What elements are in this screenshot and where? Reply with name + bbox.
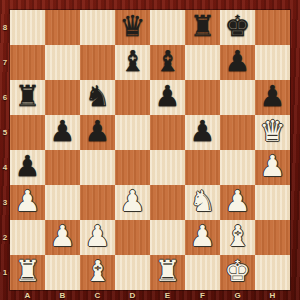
file-label-d: D: [115, 290, 150, 300]
square-g2[interactable]: ♝: [220, 220, 255, 255]
square-h8[interactable]: [255, 10, 290, 45]
square-d1[interactable]: [115, 255, 150, 290]
square-b4[interactable]: [45, 150, 80, 185]
piece-black-pawn[interactable]: ♟: [190, 117, 216, 146]
piece-black-queen[interactable]: ♛: [120, 12, 146, 41]
square-a6[interactable]: ♜: [10, 80, 45, 115]
square-g5[interactable]: [220, 115, 255, 150]
piece-white-pawn[interactable]: ♟: [85, 222, 111, 251]
piece-white-pawn[interactable]: ♟: [50, 222, 76, 251]
square-e1[interactable]: ♜: [150, 255, 185, 290]
file-label-h: H: [255, 290, 290, 300]
square-e3[interactable]: [150, 185, 185, 220]
piece-black-pawn[interactable]: ♟: [155, 82, 181, 111]
chess-board: ♛♜♚♝♝♟♜♞♟♟♟♟♟♛♟♟♟♟♞♟♟♟♟♝♜♝♜♚: [10, 10, 290, 290]
file-label-g: G: [220, 290, 255, 300]
square-g8[interactable]: ♚: [220, 10, 255, 45]
rank-label-7: 7: [0, 45, 10, 80]
file-label-e: E: [150, 290, 185, 300]
rank-label-1: 1: [0, 255, 10, 290]
square-h5[interactable]: ♛: [255, 115, 290, 150]
square-d6[interactable]: [115, 80, 150, 115]
square-c7[interactable]: [80, 45, 115, 80]
square-c4[interactable]: [80, 150, 115, 185]
square-c2[interactable]: ♟: [80, 220, 115, 255]
rank-label-3: 3: [0, 185, 10, 220]
square-c6[interactable]: ♞: [80, 80, 115, 115]
square-a8[interactable]: [10, 10, 45, 45]
square-c1[interactable]: ♝: [80, 255, 115, 290]
piece-black-pawn[interactable]: ♟: [260, 82, 286, 111]
square-e2[interactable]: [150, 220, 185, 255]
square-g6[interactable]: [220, 80, 255, 115]
piece-white-pawn[interactable]: ♟: [260, 152, 286, 181]
square-b2[interactable]: ♟: [45, 220, 80, 255]
piece-black-pawn[interactable]: ♟: [85, 117, 111, 146]
square-a4[interactable]: ♟: [10, 150, 45, 185]
piece-black-pawn[interactable]: ♟: [15, 152, 41, 181]
piece-black-knight[interactable]: ♞: [85, 82, 111, 111]
square-g4[interactable]: [220, 150, 255, 185]
square-h4[interactable]: ♟: [255, 150, 290, 185]
square-h2[interactable]: [255, 220, 290, 255]
piece-black-rook[interactable]: ♜: [190, 12, 216, 41]
square-b3[interactable]: [45, 185, 80, 220]
square-h6[interactable]: ♟: [255, 80, 290, 115]
file-label-c: C: [80, 290, 115, 300]
rank-label-2: 2: [0, 220, 10, 255]
square-f1[interactable]: [185, 255, 220, 290]
square-d8[interactable]: ♛: [115, 10, 150, 45]
square-f3[interactable]: ♞: [185, 185, 220, 220]
piece-white-pawn[interactable]: ♟: [190, 222, 216, 251]
square-d4[interactable]: [115, 150, 150, 185]
piece-white-rook[interactable]: ♜: [15, 257, 41, 286]
square-a1[interactable]: ♜: [10, 255, 45, 290]
piece-white-queen[interactable]: ♛: [260, 117, 286, 146]
piece-white-bishop[interactable]: ♝: [225, 222, 251, 251]
piece-black-rook[interactable]: ♜: [15, 82, 41, 111]
piece-white-pawn[interactable]: ♟: [120, 187, 146, 216]
square-g3[interactable]: ♟: [220, 185, 255, 220]
file-label-a: A: [10, 290, 45, 300]
board-frame: ♛♜♚♝♝♟♜♞♟♟♟♟♟♛♟♟♟♟♞♟♟♟♟♝♜♝♜♚ 87654321 AB…: [0, 0, 300, 300]
square-b6[interactable]: [45, 80, 80, 115]
square-b1[interactable]: [45, 255, 80, 290]
rank-label-5: 5: [0, 115, 10, 150]
square-d7[interactable]: ♝: [115, 45, 150, 80]
square-e4[interactable]: [150, 150, 185, 185]
square-c5[interactable]: ♟: [80, 115, 115, 150]
piece-black-pawn[interactable]: ♟: [50, 117, 76, 146]
rank-label-4: 4: [0, 150, 10, 185]
square-d5[interactable]: [115, 115, 150, 150]
square-e8[interactable]: [150, 10, 185, 45]
square-b7[interactable]: [45, 45, 80, 80]
piece-black-king[interactable]: ♚: [225, 12, 251, 41]
piece-white-pawn[interactable]: ♟: [15, 187, 41, 216]
square-h1[interactable]: [255, 255, 290, 290]
square-a5[interactable]: [10, 115, 45, 150]
square-h3[interactable]: [255, 185, 290, 220]
square-f7[interactable]: [185, 45, 220, 80]
piece-black-pawn[interactable]: ♟: [225, 47, 251, 76]
square-d3[interactable]: ♟: [115, 185, 150, 220]
square-b5[interactable]: ♟: [45, 115, 80, 150]
piece-black-bishop[interactable]: ♝: [155, 47, 181, 76]
piece-white-knight[interactable]: ♞: [190, 187, 216, 216]
square-f4[interactable]: [185, 150, 220, 185]
file-label-b: B: [45, 290, 80, 300]
square-a2[interactable]: [10, 220, 45, 255]
square-f2[interactable]: ♟: [185, 220, 220, 255]
rank-label-6: 6: [0, 80, 10, 115]
square-a7[interactable]: [10, 45, 45, 80]
piece-white-rook[interactable]: ♜: [155, 257, 181, 286]
piece-black-bishop[interactable]: ♝: [120, 47, 146, 76]
piece-white-king[interactable]: ♚: [225, 257, 251, 286]
square-h7[interactable]: [255, 45, 290, 80]
square-g7[interactable]: ♟: [220, 45, 255, 80]
square-b8[interactable]: [45, 10, 80, 45]
piece-white-pawn[interactable]: ♟: [225, 187, 251, 216]
square-f5[interactable]: ♟: [185, 115, 220, 150]
square-f6[interactable]: [185, 80, 220, 115]
square-e6[interactable]: ♟: [150, 80, 185, 115]
rank-label-8: 8: [0, 10, 10, 45]
square-a3[interactable]: ♟: [10, 185, 45, 220]
square-e5[interactable]: [150, 115, 185, 150]
square-e7[interactable]: ♝: [150, 45, 185, 80]
square-c3[interactable]: [80, 185, 115, 220]
square-g1[interactable]: ♚: [220, 255, 255, 290]
square-f8[interactable]: ♜: [185, 10, 220, 45]
square-c8[interactable]: [80, 10, 115, 45]
square-d2[interactable]: [115, 220, 150, 255]
piece-white-bishop[interactable]: ♝: [85, 257, 111, 286]
file-label-f: F: [185, 290, 220, 300]
